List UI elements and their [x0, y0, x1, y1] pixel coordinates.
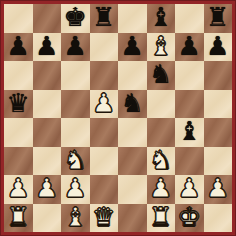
square-f2[interactable]: ♟	[147, 175, 176, 204]
black-rook-icon: ♜	[206, 4, 229, 31]
black-pawn-icon: ♟	[7, 33, 30, 60]
square-h6[interactable]	[204, 61, 233, 90]
square-e2[interactable]	[118, 175, 147, 204]
square-c7[interactable]: ♟	[61, 33, 90, 62]
square-d8[interactable]: ♜	[90, 4, 119, 33]
square-b5[interactable]	[33, 90, 62, 119]
white-rook-icon: ♜	[149, 204, 172, 231]
square-a3[interactable]	[4, 147, 33, 176]
square-g6[interactable]	[175, 61, 204, 90]
square-c6[interactable]	[61, 61, 90, 90]
square-f1[interactable]: ♜	[147, 204, 176, 233]
square-d7[interactable]	[90, 33, 119, 62]
square-f4[interactable]	[147, 118, 176, 147]
square-h4[interactable]	[204, 118, 233, 147]
white-pawn-icon: ♟	[92, 90, 115, 117]
square-a5[interactable]: ♛	[4, 90, 33, 119]
square-a6[interactable]	[4, 61, 33, 90]
black-pawn-icon: ♟	[121, 33, 144, 60]
square-d4[interactable]	[90, 118, 119, 147]
square-a1[interactable]: ♜	[4, 204, 33, 233]
chess-board: ♚♜♝♜♟♟♟♟♝♟♟♞♛♟♞♝♞♞♟♟♟♟♟♟♜♝♛♜♚	[4, 4, 232, 232]
white-knight-icon: ♞	[64, 147, 87, 174]
square-f3[interactable]: ♞	[147, 147, 176, 176]
white-rook-icon: ♜	[7, 204, 30, 231]
white-king-icon: ♚	[178, 204, 201, 231]
square-b7[interactable]: ♟	[33, 33, 62, 62]
square-f5[interactable]	[147, 90, 176, 119]
square-h7[interactable]: ♟	[204, 33, 233, 62]
square-b2[interactable]: ♟	[33, 175, 62, 204]
square-e6[interactable]	[118, 61, 147, 90]
square-b8[interactable]	[33, 4, 62, 33]
square-h5[interactable]	[204, 90, 233, 119]
square-c2[interactable]: ♟	[61, 175, 90, 204]
white-queen-icon: ♛	[92, 204, 115, 231]
white-bishop-icon: ♝	[64, 204, 87, 231]
square-g4[interactable]: ♝	[175, 118, 204, 147]
square-d6[interactable]	[90, 61, 119, 90]
black-knight-icon: ♞	[121, 90, 144, 117]
square-h1[interactable]	[204, 204, 233, 233]
square-e8[interactable]	[118, 4, 147, 33]
white-pawn-icon: ♟	[149, 175, 172, 202]
square-g5[interactable]	[175, 90, 204, 119]
square-f8[interactable]: ♝	[147, 4, 176, 33]
square-b1[interactable]	[33, 204, 62, 233]
square-b6[interactable]	[33, 61, 62, 90]
square-d3[interactable]	[90, 147, 119, 176]
black-knight-icon: ♞	[149, 61, 172, 88]
square-f7[interactable]: ♝	[147, 33, 176, 62]
square-c3[interactable]: ♞	[61, 147, 90, 176]
black-pawn-icon: ♟	[178, 33, 201, 60]
white-pawn-icon: ♟	[64, 175, 87, 202]
square-a8[interactable]	[4, 4, 33, 33]
black-bishop-icon: ♝	[149, 4, 172, 31]
square-e5[interactable]: ♞	[118, 90, 147, 119]
white-pawn-icon: ♟	[206, 175, 229, 202]
black-king-icon: ♚	[64, 4, 87, 31]
board-frame: ♚♜♝♜♟♟♟♟♝♟♟♞♛♟♞♝♞♞♟♟♟♟♟♟♜♝♛♜♚	[0, 0, 236, 236]
square-b4[interactable]	[33, 118, 62, 147]
square-g8[interactable]	[175, 4, 204, 33]
square-h3[interactable]	[204, 147, 233, 176]
square-g3[interactable]	[175, 147, 204, 176]
square-a4[interactable]	[4, 118, 33, 147]
square-c4[interactable]	[61, 118, 90, 147]
white-bishop-icon: ♝	[149, 33, 172, 60]
square-h8[interactable]: ♜	[204, 4, 233, 33]
black-pawn-icon: ♟	[35, 33, 58, 60]
square-c8[interactable]: ♚	[61, 4, 90, 33]
square-c1[interactable]: ♝	[61, 204, 90, 233]
square-e3[interactable]	[118, 147, 147, 176]
square-e1[interactable]	[118, 204, 147, 233]
square-a2[interactable]: ♟	[4, 175, 33, 204]
square-d2[interactable]	[90, 175, 119, 204]
white-pawn-icon: ♟	[7, 175, 30, 202]
black-queen-icon: ♛	[7, 90, 30, 117]
black-rook-icon: ♜	[92, 4, 115, 31]
black-pawn-icon: ♟	[64, 33, 87, 60]
square-b3[interactable]	[33, 147, 62, 176]
square-e4[interactable]	[118, 118, 147, 147]
black-bishop-icon: ♝	[178, 118, 201, 145]
square-g1[interactable]: ♚	[175, 204, 204, 233]
black-pawn-icon: ♟	[206, 33, 229, 60]
square-e7[interactable]: ♟	[118, 33, 147, 62]
white-pawn-icon: ♟	[178, 175, 201, 202]
square-g7[interactable]: ♟	[175, 33, 204, 62]
square-c5[interactable]	[61, 90, 90, 119]
square-a7[interactable]: ♟	[4, 33, 33, 62]
square-g2[interactable]: ♟	[175, 175, 204, 204]
square-h2[interactable]: ♟	[204, 175, 233, 204]
square-f6[interactable]: ♞	[147, 61, 176, 90]
square-d5[interactable]: ♟	[90, 90, 119, 119]
square-d1[interactable]: ♛	[90, 204, 119, 233]
white-pawn-icon: ♟	[35, 175, 58, 202]
white-knight-icon: ♞	[149, 147, 172, 174]
